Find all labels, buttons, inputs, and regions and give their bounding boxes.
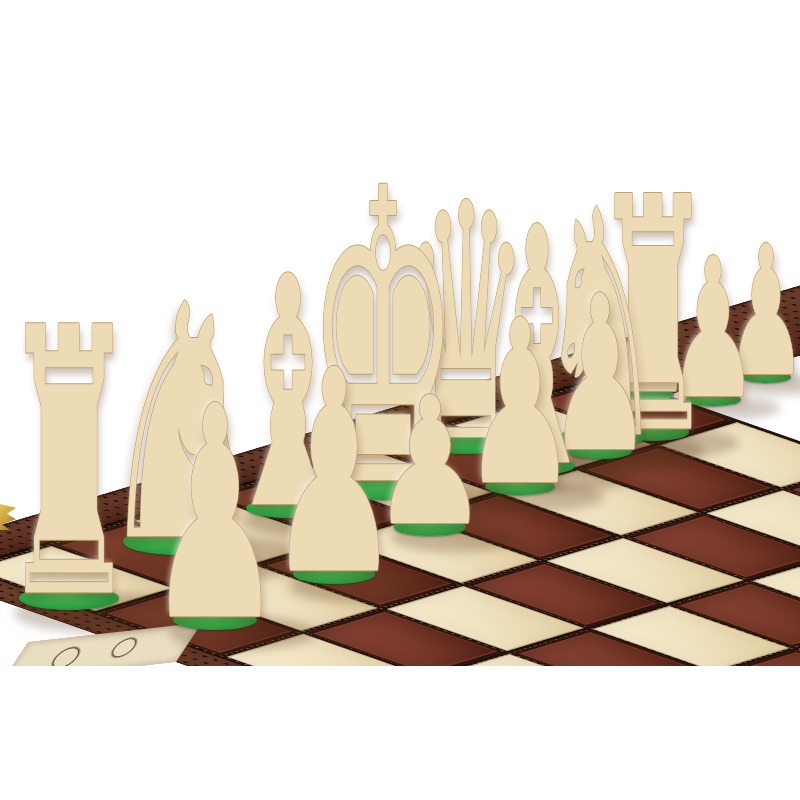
product-photo: ♜♞♝♚♛♝♞♜♟♟♟♟♟♟♟♟ bbox=[0, 0, 800, 666]
white-pawn-glyph: ♟ bbox=[267, 333, 401, 613]
white-pawn-glyph: ♟ bbox=[146, 368, 283, 661]
white-rook-glyph: ♜ bbox=[0, 281, 138, 649]
chess-photo-page: { "game": "chess", "scene": "Product pho… bbox=[0, 0, 800, 800]
